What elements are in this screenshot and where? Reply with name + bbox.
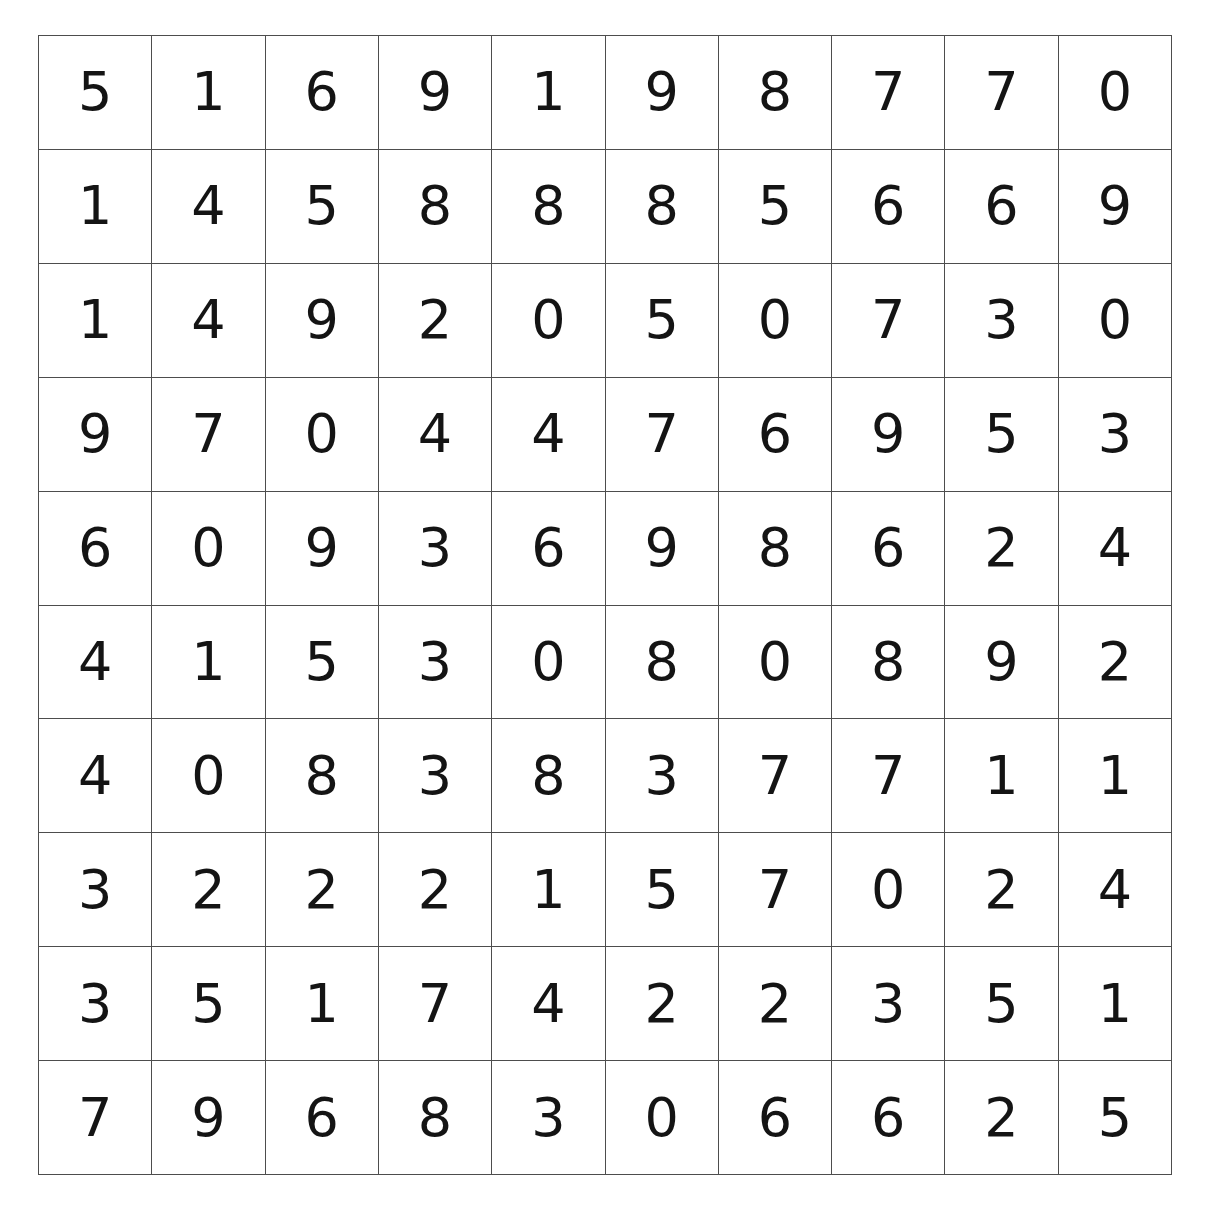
grid-cell[interactable]: 5 <box>606 264 718 377</box>
grid-cell[interactable]: 1 <box>152 606 264 719</box>
number-grid: 5169198770145888566914920507309704476953… <box>38 35 1172 1175</box>
grid-cell[interactable]: 7 <box>832 36 944 149</box>
grid-cell[interactable]: 3 <box>606 719 718 832</box>
grid-cell[interactable]: 5 <box>39 36 151 149</box>
grid-cell[interactable]: 2 <box>379 833 491 946</box>
grid-cell[interactable]: 5 <box>719 150 831 263</box>
grid-cell[interactable]: 8 <box>832 606 944 719</box>
grid-cell[interactable]: 4 <box>492 378 604 491</box>
grid-cell[interactable]: 8 <box>606 606 718 719</box>
grid-cell[interactable]: 3 <box>1059 378 1171 491</box>
grid-cell[interactable]: 3 <box>492 1061 604 1174</box>
grid-cell[interactable]: 2 <box>1059 606 1171 719</box>
grid-cell[interactable]: 7 <box>832 264 944 377</box>
grid-cell[interactable]: 0 <box>719 606 831 719</box>
grid-cell[interactable]: 0 <box>266 378 378 491</box>
grid-cell[interactable]: 3 <box>39 833 151 946</box>
grid-cell[interactable]: 1 <box>1059 947 1171 1060</box>
grid-cell[interactable]: 6 <box>832 150 944 263</box>
grid-cell[interactable]: 8 <box>606 150 718 263</box>
grid-cell[interactable]: 7 <box>945 36 1057 149</box>
grid-cell[interactable]: 6 <box>719 1061 831 1174</box>
grid-cell[interactable]: 6 <box>266 1061 378 1174</box>
grid-cell[interactable]: 2 <box>152 833 264 946</box>
grid-cell[interactable]: 8 <box>719 492 831 605</box>
grid-cell[interactable]: 1 <box>945 719 1057 832</box>
grid-cell[interactable]: 4 <box>152 150 264 263</box>
grid-cell[interactable]: 7 <box>719 833 831 946</box>
grid-cell[interactable]: 9 <box>152 1061 264 1174</box>
grid-cell[interactable]: 3 <box>379 719 491 832</box>
grid-cell[interactable]: 0 <box>152 719 264 832</box>
grid-cell[interactable]: 0 <box>606 1061 718 1174</box>
grid-cell[interactable]: 8 <box>266 719 378 832</box>
grid-cell[interactable]: 1 <box>1059 719 1171 832</box>
grid-cell[interactable]: 3 <box>832 947 944 1060</box>
grid-cell[interactable]: 7 <box>719 719 831 832</box>
grid-cell[interactable]: 4 <box>379 378 491 491</box>
grid-cell[interactable]: 3 <box>39 947 151 1060</box>
grid-cell[interactable]: 1 <box>39 150 151 263</box>
grid-cell[interactable]: 6 <box>492 492 604 605</box>
grid-cell[interactable]: 0 <box>1059 264 1171 377</box>
grid-cell[interactable]: 5 <box>266 150 378 263</box>
grid-cell[interactable]: 8 <box>492 719 604 832</box>
grid-cell[interactable]: 3 <box>945 264 1057 377</box>
grid-cell[interactable]: 4 <box>152 264 264 377</box>
grid-cell[interactable]: 0 <box>719 264 831 377</box>
grid-cell[interactable]: 9 <box>266 492 378 605</box>
grid-cell[interactable]: 4 <box>1059 833 1171 946</box>
grid-cell[interactable]: 0 <box>832 833 944 946</box>
grid-cell[interactable]: 0 <box>492 606 604 719</box>
grid-cell[interactable]: 8 <box>379 150 491 263</box>
grid-cell[interactable]: 6 <box>832 1061 944 1174</box>
grid-cell[interactable]: 8 <box>379 1061 491 1174</box>
grid-cell[interactable]: 5 <box>266 606 378 719</box>
grid-cell[interactable]: 6 <box>719 378 831 491</box>
grid-cell[interactable]: 9 <box>606 36 718 149</box>
grid-cell[interactable]: 8 <box>492 150 604 263</box>
grid-cell[interactable]: 5 <box>945 947 1057 1060</box>
grid-cell[interactable]: 3 <box>379 492 491 605</box>
grid-cell[interactable]: 2 <box>266 833 378 946</box>
grid-cell[interactable]: 2 <box>606 947 718 1060</box>
grid-cell[interactable]: 4 <box>39 606 151 719</box>
grid-cell[interactable]: 7 <box>606 378 718 491</box>
grid-cell[interactable]: 6 <box>39 492 151 605</box>
grid-cell[interactable]: 6 <box>266 36 378 149</box>
grid-cell[interactable]: 6 <box>945 150 1057 263</box>
grid-cell[interactable]: 0 <box>492 264 604 377</box>
grid-cell[interactable]: 0 <box>1059 36 1171 149</box>
grid-cell[interactable]: 2 <box>719 947 831 1060</box>
grid-cell[interactable]: 9 <box>266 264 378 377</box>
grid-cell[interactable]: 9 <box>945 606 1057 719</box>
grid-cell[interactable]: 9 <box>379 36 491 149</box>
grid-cell[interactable]: 0 <box>152 492 264 605</box>
grid-cell[interactable]: 2 <box>379 264 491 377</box>
grid-cell[interactable]: 5 <box>606 833 718 946</box>
grid-cell[interactable]: 9 <box>832 378 944 491</box>
grid-cell[interactable]: 1 <box>152 36 264 149</box>
grid-cell[interactable]: 4 <box>492 947 604 1060</box>
grid-cell[interactable]: 7 <box>379 947 491 1060</box>
grid-cell[interactable]: 5 <box>152 947 264 1060</box>
board-wrap: 5169198770145888566914920507309704476953… <box>38 35 1172 1175</box>
grid-cell[interactable]: 9 <box>1059 150 1171 263</box>
grid-cell[interactable]: 7 <box>152 378 264 491</box>
grid-cell[interactable]: 9 <box>606 492 718 605</box>
grid-cell[interactable]: 2 <box>945 1061 1057 1174</box>
grid-cell[interactable]: 1 <box>39 264 151 377</box>
grid-cell[interactable]: 9 <box>39 378 151 491</box>
grid-cell[interactable]: 6 <box>832 492 944 605</box>
grid-cell[interactable]: 2 <box>945 833 1057 946</box>
grid-cell[interactable]: 8 <box>719 36 831 149</box>
grid-cell[interactable]: 2 <box>945 492 1057 605</box>
grid-cell[interactable]: 4 <box>39 719 151 832</box>
grid-cell[interactable]: 1 <box>492 833 604 946</box>
grid-cell[interactable]: 7 <box>832 719 944 832</box>
grid-cell[interactable]: 5 <box>1059 1061 1171 1174</box>
grid-cell[interactable]: 1 <box>492 36 604 149</box>
grid-cell[interactable]: 7 <box>39 1061 151 1174</box>
grid-cell[interactable]: 5 <box>945 378 1057 491</box>
grid-cell[interactable]: 1 <box>266 947 378 1060</box>
grid-cell[interactable]: 4 <box>1059 492 1171 605</box>
grid-cell[interactable]: 3 <box>379 606 491 719</box>
